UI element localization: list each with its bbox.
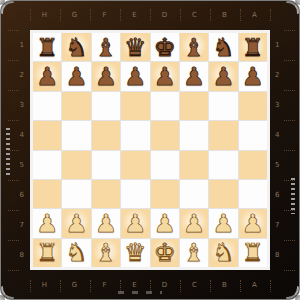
- white-knight-icon: ♞: [65, 35, 87, 60]
- white-pawn-icon: ♟: [183, 64, 205, 89]
- rank-label-right-4: 4: [270, 120, 300, 150]
- square-c8[interactable]: ♝: [180, 239, 208, 267]
- coordinate-tick: [180, 280, 181, 292]
- square-e2[interactable]: ♟: [121, 62, 149, 90]
- file-label-top-c: C: [180, 0, 210, 30]
- coordinate-tick: [150, 9, 151, 21]
- square-b5[interactable]: [209, 151, 237, 179]
- coordinate-tick: [284, 90, 295, 91]
- rank-label-right-1: 1: [270, 30, 300, 60]
- file-label-bottom-a: A: [240, 270, 270, 300]
- coordinate-tick: [8, 240, 19, 241]
- square-b7[interactable]: ♟: [209, 209, 237, 237]
- white-pawn-icon: ♟: [65, 64, 87, 89]
- square-d3[interactable]: [151, 92, 179, 120]
- coordinate-tick: [240, 9, 241, 21]
- square-e5[interactable]: [121, 151, 149, 179]
- square-a1[interactable]: ♜: [239, 33, 267, 61]
- square-e8[interactable]: ♛: [121, 239, 149, 267]
- square-d1[interactable]: ♚: [151, 33, 179, 61]
- coordinate-tick: [284, 240, 295, 241]
- square-c6[interactable]: [180, 180, 208, 208]
- square-h7[interactable]: ♟: [33, 209, 61, 237]
- coordinate-tick: [8, 120, 19, 121]
- coordinate-tick: [240, 280, 241, 292]
- coordinate-tick: [284, 30, 295, 31]
- coordinate-tick: [8, 90, 19, 91]
- square-f2[interactable]: ♟: [92, 62, 120, 90]
- square-c4[interactable]: [180, 121, 208, 149]
- square-h6[interactable]: [33, 180, 61, 208]
- coordinate-tick: [284, 150, 295, 151]
- black-pawn-icon: ♟: [124, 211, 146, 236]
- square-b6[interactable]: [209, 180, 237, 208]
- rank-labels-right: 12345678: [270, 30, 300, 270]
- square-c7[interactable]: ♟: [180, 209, 208, 237]
- square-g3[interactable]: [62, 92, 90, 120]
- coordinate-tick: [8, 180, 19, 181]
- file-label-bottom-h: H: [30, 270, 60, 300]
- file-label-top-a: A: [240, 0, 270, 30]
- coordinate-tick: [210, 280, 211, 292]
- file-label-top-g: G: [60, 0, 90, 30]
- coordinate-tick: [90, 9, 91, 21]
- rank-label-left-1: 1: [0, 30, 30, 60]
- rank-label-left-7: 7: [0, 210, 30, 240]
- edge-ornament-icon: [6, 128, 10, 178]
- square-a2[interactable]: ♟: [239, 62, 267, 90]
- square-h1[interactable]: ♜: [33, 33, 61, 61]
- black-bishop-icon: ♝: [95, 240, 117, 265]
- coordinate-tick: [8, 30, 19, 31]
- coordinate-tick: [60, 280, 61, 292]
- coordinate-tick: [60, 9, 61, 21]
- white-king-icon: ♚: [153, 35, 175, 60]
- coordinate-tick: [270, 280, 271, 292]
- square-e6[interactable]: [121, 180, 149, 208]
- rank-label-right-7: 7: [270, 210, 300, 240]
- rank-label-right-6: 6: [270, 180, 300, 210]
- coordinate-tick: [120, 9, 121, 21]
- square-f1[interactable]: ♝: [92, 33, 120, 61]
- file-label-bottom-f: F: [90, 270, 120, 300]
- file-label-bottom-b: B: [210, 270, 240, 300]
- white-pawn-icon: ♟: [124, 64, 146, 89]
- square-c3[interactable]: [180, 92, 208, 120]
- black-rook-icon: ♜: [242, 240, 264, 265]
- black-knight-icon: ♞: [212, 240, 234, 265]
- white-rook-icon: ♜: [36, 35, 58, 60]
- square-f5[interactable]: [92, 151, 120, 179]
- black-pawn-icon: ♟: [183, 211, 205, 236]
- rank-label-right-5: 5: [270, 150, 300, 180]
- square-d7[interactable]: ♟: [151, 209, 179, 237]
- square-b3[interactable]: [209, 92, 237, 120]
- square-b8[interactable]: ♞: [209, 239, 237, 267]
- file-label-top-b: B: [210, 0, 240, 30]
- square-h8[interactable]: ♜: [33, 239, 61, 267]
- edge-ornament-icon: [291, 178, 295, 214]
- square-e3[interactable]: [121, 92, 149, 120]
- square-c2[interactable]: ♟: [180, 62, 208, 90]
- square-f3[interactable]: [92, 92, 120, 120]
- square-h5[interactable]: [33, 151, 61, 179]
- white-pawn-icon: ♟: [153, 64, 175, 89]
- square-g2[interactable]: ♟: [62, 62, 90, 90]
- square-e1[interactable]: ♛: [121, 33, 149, 61]
- file-label-top-h: H: [30, 0, 60, 30]
- white-pawn-icon: ♟: [95, 64, 117, 89]
- square-g5[interactable]: [62, 151, 90, 179]
- black-pawn-icon: ♟: [242, 211, 264, 236]
- square-d2[interactable]: ♟: [151, 62, 179, 90]
- black-pawn-icon: ♟: [153, 211, 175, 236]
- white-bishop-icon: ♝: [95, 35, 117, 60]
- square-d5[interactable]: [151, 151, 179, 179]
- white-knight-icon: ♞: [212, 35, 234, 60]
- rank-label-left-5: 5: [0, 150, 30, 180]
- square-g8[interactable]: ♞: [62, 239, 90, 267]
- square-d6[interactable]: [151, 180, 179, 208]
- square-h2[interactable]: ♟: [33, 62, 61, 90]
- black-pawn-icon: ♟: [65, 211, 87, 236]
- rank-labels-left: 12345678: [0, 30, 30, 270]
- rank-label-left-8: 8: [0, 240, 30, 270]
- chess-board: ♜♞♝♛♚♝♞♜♟♟♟♟♟♟♟♟♟♟♟♟♟♟♟♟♜♞♝♛♚♝♞♜: [33, 33, 267, 267]
- square-g6[interactable]: [62, 180, 90, 208]
- white-queen-icon: ♛: [124, 35, 146, 60]
- square-b2[interactable]: ♟: [209, 62, 237, 90]
- white-pawn-icon: ♟: [242, 64, 264, 89]
- square-f6[interactable]: [92, 180, 120, 208]
- square-b4[interactable]: [209, 121, 237, 149]
- square-f7[interactable]: ♟: [92, 209, 120, 237]
- square-f4[interactable]: [92, 121, 120, 149]
- white-pawn-icon: ♟: [212, 64, 234, 89]
- coordinate-tick: [8, 60, 19, 61]
- file-label-bottom-e: E: [120, 270, 150, 300]
- rank-label-right-2: 2: [270, 60, 300, 90]
- coordinate-tick: [180, 9, 181, 21]
- square-a4[interactable]: [239, 121, 267, 149]
- rank-label-left-2: 2: [0, 60, 30, 90]
- square-a6[interactable]: [239, 180, 267, 208]
- coordinate-tick: [30, 9, 31, 21]
- edge-ornament-icon: [118, 291, 162, 294]
- black-king-icon: ♚: [153, 240, 175, 265]
- coordinate-tick: [8, 270, 19, 271]
- file-label-bottom-c: C: [180, 270, 210, 300]
- coordinate-tick: [284, 120, 295, 121]
- square-h3[interactable]: [33, 92, 61, 120]
- square-f8[interactable]: ♝: [92, 239, 120, 267]
- file-labels-top: HGFEDCBA: [30, 0, 270, 30]
- coordinate-tick: [284, 60, 295, 61]
- black-rook-icon: ♜: [36, 240, 58, 265]
- square-g1[interactable]: ♞: [62, 33, 90, 61]
- white-bishop-icon: ♝: [183, 35, 205, 60]
- file-label-top-e: E: [120, 0, 150, 30]
- chess-app-window: HGFEDCBA HGFEDCBA 12345678 12345678 ♜♞♝♛…: [0, 0, 300, 300]
- board-panel: ♜♞♝♛♚♝♞♜♟♟♟♟♟♟♟♟♟♟♟♟♟♟♟♟♜♞♝♛♚♝♞♜: [30, 30, 270, 270]
- file-label-top-d: D: [150, 0, 180, 30]
- file-label-top-f: F: [90, 0, 120, 30]
- coordinate-tick: [210, 9, 211, 21]
- square-e4[interactable]: [121, 121, 149, 149]
- square-e7[interactable]: ♟: [121, 209, 149, 237]
- square-a3[interactable]: [239, 92, 267, 120]
- black-pawn-icon: ♟: [212, 211, 234, 236]
- square-g7[interactable]: ♟: [62, 209, 90, 237]
- black-pawn-icon: ♟: [36, 211, 58, 236]
- coordinate-tick: [8, 210, 19, 211]
- square-a8[interactable]: ♜: [239, 239, 267, 267]
- square-c5[interactable]: [180, 151, 208, 179]
- coordinate-tick: [30, 280, 31, 292]
- coordinate-tick: [284, 270, 295, 271]
- square-b1[interactable]: ♞: [209, 33, 237, 61]
- white-pawn-icon: ♟: [36, 64, 58, 89]
- black-bishop-icon: ♝: [183, 240, 205, 265]
- rank-label-left-3: 3: [0, 90, 30, 120]
- file-label-bottom-d: D: [150, 270, 180, 300]
- square-g4[interactable]: [62, 121, 90, 149]
- rank-label-left-6: 6: [0, 180, 30, 210]
- rank-label-right-3: 3: [270, 90, 300, 120]
- square-d4[interactable]: [151, 121, 179, 149]
- file-labels-bottom: HGFEDCBA: [30, 270, 270, 300]
- white-rook-icon: ♜: [242, 35, 264, 60]
- rank-label-left-4: 4: [0, 120, 30, 150]
- coordinate-tick: [270, 9, 271, 21]
- coordinate-tick: [90, 280, 91, 292]
- black-pawn-icon: ♟: [95, 211, 117, 236]
- rank-label-right-8: 8: [270, 240, 300, 270]
- square-d8[interactable]: ♚: [151, 239, 179, 267]
- square-h4[interactable]: [33, 121, 61, 149]
- square-c1[interactable]: ♝: [180, 33, 208, 61]
- black-knight-icon: ♞: [65, 240, 87, 265]
- file-label-bottom-g: G: [60, 270, 90, 300]
- square-a5[interactable]: [239, 151, 267, 179]
- square-a7[interactable]: ♟: [239, 209, 267, 237]
- black-queen-icon: ♛: [124, 240, 146, 265]
